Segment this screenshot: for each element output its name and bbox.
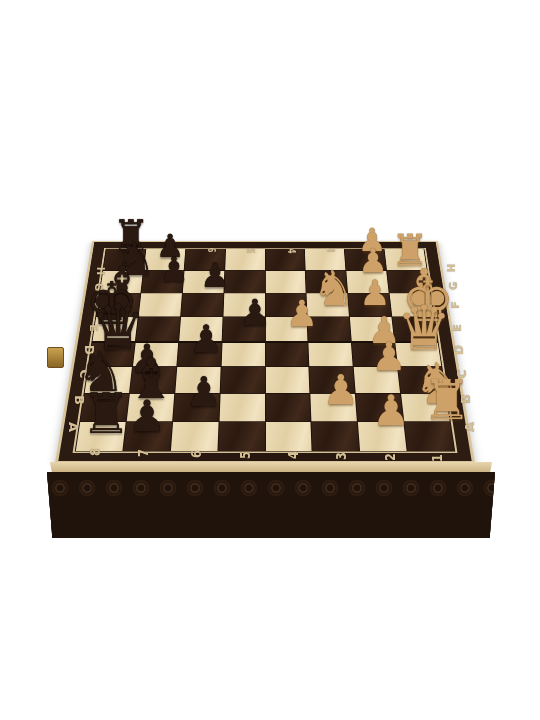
square-a3 <box>312 422 360 451</box>
square-c4 <box>265 367 309 393</box>
piece-white-pawn-e4: ♟ <box>286 296 318 332</box>
coord-label-near-5: 5 <box>237 451 253 459</box>
square-a4 <box>265 422 311 451</box>
board-front-edge <box>50 462 492 472</box>
piece-black-pawn-e5: ♟ <box>239 295 271 331</box>
piece-white-pawn-g2: ♟ <box>358 244 388 277</box>
coord-label-near-8: 8 <box>87 448 103 456</box>
square-b5 <box>219 394 264 422</box>
piece-white-knight-f3: ♞ <box>312 264 355 312</box>
piece-white-rook-a1: ♜ <box>422 373 471 428</box>
piece-white-pawn-c2: ♟ <box>372 337 407 376</box>
square-b4 <box>265 394 310 422</box>
square-a6 <box>171 422 219 451</box>
square-c5 <box>220 367 264 393</box>
coord-label-far-4: 4 <box>285 249 298 254</box>
piece-white-pawn-f2: ♟ <box>359 276 390 311</box>
square-d3 <box>309 341 353 366</box>
coord-label-left-A: A <box>66 422 81 432</box>
piece-white-pawn-a2: ♟ <box>372 390 410 432</box>
square-d5 <box>221 341 264 366</box>
piece-black-pawn-b6: ♟ <box>186 372 223 413</box>
brass-hinge <box>47 347 64 368</box>
carved-box-side <box>47 472 495 538</box>
piece-white-pawn-b3: ♟ <box>323 370 360 411</box>
coord-label-near-7: 7 <box>135 449 151 457</box>
coord-label-far-5: 5 <box>244 249 257 254</box>
square-g4 <box>265 271 306 293</box>
square-d4 <box>265 341 308 366</box>
square-f6 <box>181 293 223 316</box>
coord-label-near-2: 2 <box>382 453 398 461</box>
piece-black-rook-a8: ♜ <box>81 386 131 442</box>
square-a5 <box>218 422 264 451</box>
piece-black-pawn-d6: ♟ <box>189 320 223 358</box>
chess-set-photo: HGFEDCBAHGFEDCBA8765432187654321 ♜♟♟♜♟♞♟… <box>0 0 540 720</box>
piece-black-pawn-a7: ♟ <box>128 395 167 438</box>
coord-label-far-3: 3 <box>324 248 337 253</box>
coord-label-near-1: 1 <box>429 454 445 462</box>
piece-black-pawn-g7: ♟ <box>159 252 189 286</box>
piece-black-pawn-f6: ♟ <box>200 258 230 292</box>
coord-label-near-6: 6 <box>188 450 204 458</box>
coord-label-near-4: 4 <box>285 451 301 459</box>
coord-label-near-3: 3 <box>333 452 349 460</box>
coord-label-far-6: 6 <box>205 248 218 253</box>
